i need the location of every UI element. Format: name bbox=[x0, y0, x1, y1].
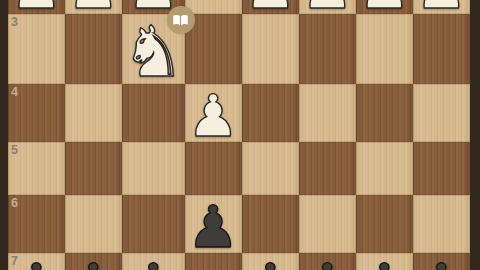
square-f5[interactable] bbox=[122, 142, 185, 195]
square-g7[interactable]: ♟ bbox=[65, 253, 122, 270]
square-b7[interactable]: ♟ bbox=[356, 253, 413, 270]
chess-board: ♟♟♟♟♟♟♟3♞4♟56♟7♟♟♟♟♟♟♟ bbox=[8, 0, 470, 270]
black-pawn[interactable]: ♟ bbox=[68, 256, 120, 270]
square-c2[interactable]: ♟ bbox=[299, 0, 356, 14]
square-h3[interactable]: 3 bbox=[8, 14, 65, 84]
square-c4[interactable] bbox=[299, 84, 356, 142]
square-g6[interactable] bbox=[65, 195, 122, 253]
square-a5[interactable] bbox=[413, 142, 470, 195]
black-pawn[interactable]: ♟ bbox=[187, 198, 239, 256]
square-c5[interactable] bbox=[299, 142, 356, 195]
square-f4[interactable] bbox=[122, 84, 185, 142]
square-c7[interactable]: ♟ bbox=[299, 253, 356, 270]
square-g5[interactable] bbox=[65, 142, 122, 195]
square-h2[interactable]: ♟ bbox=[8, 0, 65, 14]
square-c3[interactable] bbox=[299, 14, 356, 84]
rank-label-5: 5 bbox=[11, 143, 18, 158]
square-g3[interactable] bbox=[65, 14, 122, 84]
square-e2[interactable] bbox=[185, 0, 242, 14]
square-e6[interactable]: ♟ bbox=[185, 195, 242, 253]
board-gutter-left bbox=[0, 0, 8, 270]
square-b6[interactable] bbox=[356, 195, 413, 253]
square-d4[interactable] bbox=[242, 84, 299, 142]
square-e5[interactable] bbox=[185, 142, 242, 195]
black-pawn[interactable]: ♟ bbox=[244, 256, 296, 270]
square-d7[interactable]: ♟ bbox=[242, 253, 299, 270]
black-pawn[interactable]: ♟ bbox=[301, 256, 353, 270]
square-d5[interactable] bbox=[242, 142, 299, 195]
chess-app-screen: ♟♟♟♟♟♟♟3♞4♟56♟7♟♟♟♟♟♟♟ bbox=[0, 0, 480, 270]
square-h7[interactable]: 7♟ bbox=[8, 253, 65, 270]
square-e7[interactable] bbox=[185, 253, 242, 270]
square-g4[interactable] bbox=[65, 84, 122, 142]
board-gutter-right bbox=[470, 0, 480, 270]
black-pawn[interactable]: ♟ bbox=[415, 256, 467, 270]
square-b3[interactable] bbox=[356, 14, 413, 84]
white-pawn[interactable]: ♟ bbox=[187, 87, 239, 145]
square-g2[interactable]: ♟ bbox=[65, 0, 122, 14]
square-h5[interactable]: 5 bbox=[8, 142, 65, 195]
square-b2[interactable]: ♟ bbox=[356, 0, 413, 14]
square-a4[interactable] bbox=[413, 84, 470, 142]
square-h6[interactable]: 6 bbox=[8, 195, 65, 253]
square-a7[interactable]: ♟ bbox=[413, 253, 470, 270]
square-a6[interactable] bbox=[413, 195, 470, 253]
rank-label-4: 4 bbox=[11, 85, 18, 100]
rank-label-3: 3 bbox=[11, 15, 18, 30]
square-b4[interactable] bbox=[356, 84, 413, 142]
square-d3[interactable] bbox=[242, 14, 299, 84]
square-f7[interactable]: ♟ bbox=[122, 253, 185, 270]
square-e4[interactable]: ♟ bbox=[185, 84, 242, 142]
square-a3[interactable] bbox=[413, 14, 470, 84]
rank-label-6: 6 bbox=[11, 196, 18, 211]
square-a2[interactable]: ♟ bbox=[413, 0, 470, 14]
square-d6[interactable] bbox=[242, 195, 299, 253]
square-d2[interactable]: ♟ bbox=[242, 0, 299, 14]
open-book-glyph bbox=[172, 14, 189, 27]
square-f6[interactable] bbox=[122, 195, 185, 253]
black-pawn[interactable]: ♟ bbox=[11, 256, 63, 270]
black-pawn[interactable]: ♟ bbox=[127, 256, 179, 270]
opening-book-icon bbox=[167, 6, 195, 34]
black-pawn[interactable]: ♟ bbox=[358, 256, 410, 270]
square-c6[interactable] bbox=[299, 195, 356, 253]
square-h4[interactable]: 4 bbox=[8, 84, 65, 142]
square-b5[interactable] bbox=[356, 142, 413, 195]
